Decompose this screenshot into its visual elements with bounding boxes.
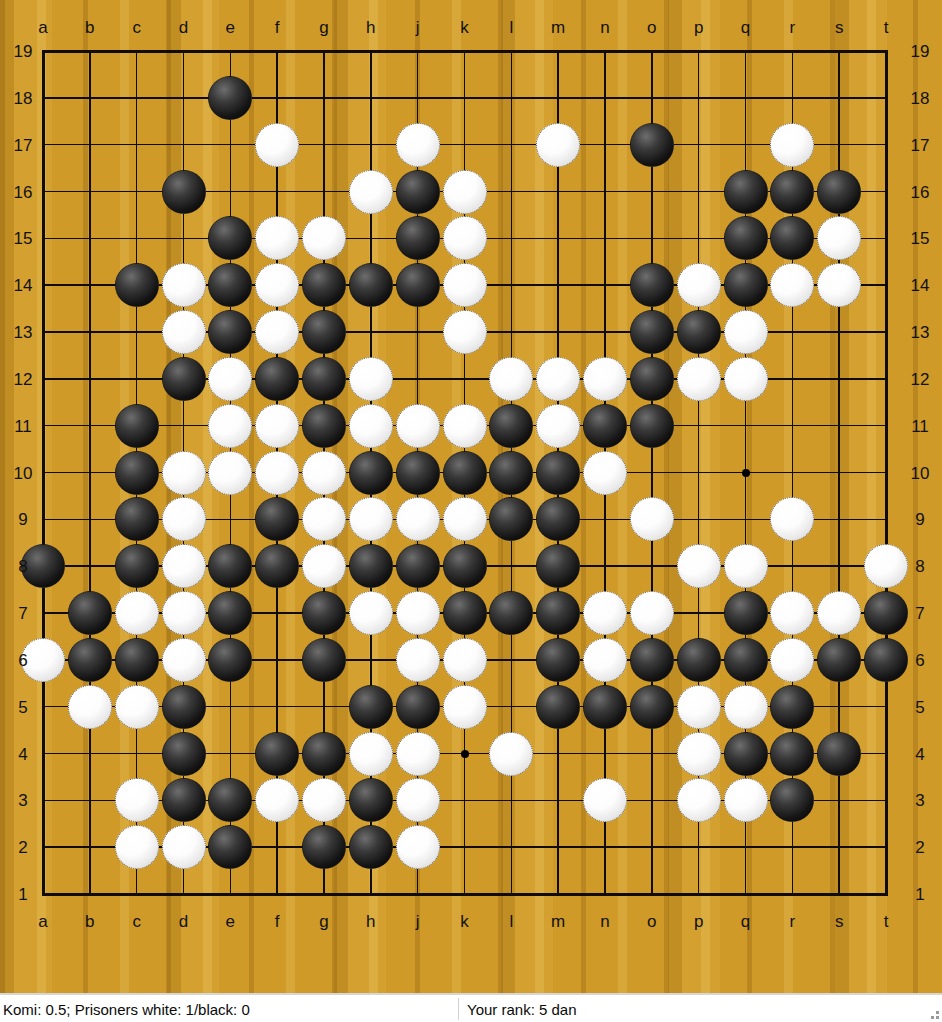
column-label-top: b: [85, 19, 94, 36]
black-stone: [349, 778, 393, 822]
column-label-bottom: k: [460, 913, 469, 930]
white-stone: [770, 497, 814, 541]
status-bar: Komi: 0.5; Prisoners white: 1/black: 0 Y…: [0, 993, 942, 1022]
column-label-bottom: q: [741, 913, 750, 930]
white-stone: [349, 732, 393, 776]
white-stone: [255, 123, 299, 167]
row-label-right: 15: [911, 230, 930, 247]
row-label-left: 14: [14, 277, 33, 294]
black-stone: [115, 404, 159, 448]
resize-grip-icon[interactable]: [928, 1008, 940, 1020]
white-stone: [864, 544, 908, 588]
white-stone: [115, 778, 159, 822]
white-stone: [489, 357, 533, 401]
column-label-top: q: [741, 19, 750, 36]
black-stone: [255, 497, 299, 541]
white-stone: [302, 497, 346, 541]
white-stone: [724, 685, 768, 729]
column-label-top: e: [226, 19, 235, 36]
black-stone: [162, 357, 206, 401]
grid-line: [42, 893, 888, 896]
black-stone: [443, 591, 487, 635]
white-stone: [162, 544, 206, 588]
column-label-bottom: p: [694, 913, 703, 930]
row-label-left: 11: [14, 417, 32, 434]
row-label-right: 18: [911, 89, 930, 106]
black-stone: [630, 310, 674, 354]
black-stone: [208, 76, 252, 120]
row-label-left: 2: [18, 839, 27, 856]
white-stone: [770, 123, 814, 167]
black-stone: [489, 451, 533, 495]
white-stone: [724, 310, 768, 354]
column-label-bottom: h: [366, 913, 375, 930]
white-stone: [583, 638, 627, 682]
black-stone: [724, 638, 768, 682]
black-stone: [302, 638, 346, 682]
black-stone: [115, 638, 159, 682]
white-stone: [255, 310, 299, 354]
white-stone: [396, 638, 440, 682]
white-stone: [302, 544, 346, 588]
black-stone: [864, 591, 908, 635]
black-stone: [536, 685, 580, 729]
row-label-right: 19: [911, 43, 930, 60]
row-label-right: 3: [915, 792, 924, 809]
white-stone: [443, 263, 487, 307]
white-stone: [162, 497, 206, 541]
row-label-left: 12: [14, 370, 33, 387]
column-label-bottom: j: [416, 913, 420, 930]
white-stone: [583, 357, 627, 401]
column-label-top: t: [884, 19, 889, 36]
column-label-bottom: c: [132, 913, 141, 930]
white-stone: [817, 216, 861, 260]
row-label-left: 17: [14, 136, 33, 153]
column-label-top: m: [551, 19, 565, 36]
white-stone: [396, 404, 440, 448]
black-stone: [770, 216, 814, 260]
white-stone: [489, 732, 533, 776]
white-stone: [724, 778, 768, 822]
row-label-left: 13: [14, 324, 33, 341]
column-label-top: a: [38, 19, 47, 36]
white-stone: [396, 591, 440, 635]
white-stone: [770, 263, 814, 307]
column-label-top: d: [179, 19, 188, 36]
black-stone: [489, 497, 533, 541]
black-stone: [770, 778, 814, 822]
white-stone: [115, 685, 159, 729]
black-stone: [817, 170, 861, 214]
column-label-bottom: b: [85, 913, 94, 930]
row-label-right: 13: [911, 324, 930, 341]
status-rank: Your rank: 5 dan: [467, 1000, 577, 1017]
black-stone: [630, 404, 674, 448]
black-stone: [208, 263, 252, 307]
black-stone: [489, 591, 533, 635]
black-stone: [302, 732, 346, 776]
row-label-right: 1: [915, 886, 924, 903]
white-stone: [724, 544, 768, 588]
white-stone: [443, 685, 487, 729]
black-stone: [724, 591, 768, 635]
white-stone: [255, 263, 299, 307]
black-stone: [443, 451, 487, 495]
black-stone: [349, 263, 393, 307]
black-stone: [349, 544, 393, 588]
black-stone: [396, 263, 440, 307]
white-stone: [396, 778, 440, 822]
black-stone: [255, 544, 299, 588]
row-label-right: 9: [915, 511, 924, 528]
white-stone: [443, 216, 487, 260]
white-stone: [302, 778, 346, 822]
row-label-right: 7: [915, 605, 924, 622]
white-stone: [443, 497, 487, 541]
black-stone: [302, 310, 346, 354]
white-stone: [443, 638, 487, 682]
white-stone: [162, 825, 206, 869]
column-label-bottom: e: [226, 913, 235, 930]
white-stone: [583, 591, 627, 635]
black-stone: [349, 685, 393, 729]
row-label-right: 2: [915, 839, 924, 856]
white-stone: [677, 263, 721, 307]
black-stone: [255, 357, 299, 401]
row-label-right: 8: [915, 558, 924, 575]
black-stone: [630, 263, 674, 307]
white-stone: [349, 170, 393, 214]
black-stone: [68, 638, 112, 682]
row-label-left: 4: [18, 745, 27, 762]
black-stone: [583, 685, 627, 729]
column-label-bottom: o: [647, 913, 656, 930]
column-label-bottom: l: [509, 913, 513, 930]
black-stone: [864, 638, 908, 682]
black-stone: [115, 263, 159, 307]
column-label-bottom: f: [275, 913, 280, 930]
star-point: [461, 750, 469, 758]
black-stone: [396, 544, 440, 588]
black-stone: [162, 732, 206, 776]
white-stone: [208, 404, 252, 448]
white-stone: [302, 451, 346, 495]
row-label-left: 6: [18, 651, 27, 668]
white-stone: [302, 216, 346, 260]
row-label-left: 16: [14, 183, 33, 200]
white-stone: [255, 451, 299, 495]
row-label-left: 3: [18, 792, 27, 809]
row-label-left: 1: [18, 886, 27, 903]
white-stone: [583, 778, 627, 822]
black-stone: [349, 451, 393, 495]
black-stone: [208, 216, 252, 260]
black-stone: [770, 170, 814, 214]
black-stone: [724, 216, 768, 260]
white-stone: [630, 497, 674, 541]
white-stone: [162, 638, 206, 682]
black-stone: [770, 685, 814, 729]
black-stone: [162, 170, 206, 214]
column-label-bottom: t: [884, 913, 889, 930]
white-stone: [68, 685, 112, 729]
white-stone: [724, 357, 768, 401]
white-stone: [396, 497, 440, 541]
black-stone: [630, 357, 674, 401]
black-stone: [724, 263, 768, 307]
white-stone: [677, 732, 721, 776]
white-stone: [162, 263, 206, 307]
white-stone: [349, 591, 393, 635]
black-stone: [349, 825, 393, 869]
black-stone: [396, 216, 440, 260]
white-stone: [162, 310, 206, 354]
black-stone: [115, 451, 159, 495]
white-stone: [396, 825, 440, 869]
grid-line: [885, 50, 888, 896]
column-label-top: k: [460, 19, 469, 36]
row-label-left: 8: [18, 558, 27, 575]
row-label-left: 19: [14, 43, 33, 60]
white-stone: [208, 357, 252, 401]
black-stone: [208, 310, 252, 354]
row-label-right: 4: [915, 745, 924, 762]
white-stone: [443, 170, 487, 214]
black-stone: [770, 732, 814, 776]
column-label-top: c: [132, 19, 141, 36]
black-stone: [677, 310, 721, 354]
white-stone: [677, 544, 721, 588]
white-stone: [817, 591, 861, 635]
black-stone: [443, 544, 487, 588]
black-stone: [68, 591, 112, 635]
row-label-left: 7: [18, 605, 27, 622]
white-stone: [349, 357, 393, 401]
column-label-top: p: [694, 19, 703, 36]
white-stone: [443, 310, 487, 354]
white-stone: [349, 497, 393, 541]
column-label-bottom: d: [179, 913, 188, 930]
black-stone: [817, 732, 861, 776]
white-stone: [208, 451, 252, 495]
black-stone: [536, 497, 580, 541]
white-stone: [536, 357, 580, 401]
white-stone: [396, 732, 440, 776]
column-label-bottom: n: [600, 913, 609, 930]
white-stone: [817, 263, 861, 307]
white-stone: [115, 591, 159, 635]
column-label-top: g: [319, 19, 328, 36]
row-label-right: 17: [911, 136, 930, 153]
black-stone: [489, 404, 533, 448]
white-stone: [677, 357, 721, 401]
black-stone: [115, 497, 159, 541]
black-stone: [724, 170, 768, 214]
column-label-top: r: [789, 19, 795, 36]
white-stone: [349, 404, 393, 448]
black-stone: [677, 638, 721, 682]
row-label-left: 18: [14, 89, 33, 106]
column-label-bottom: m: [551, 913, 565, 930]
white-stone: [162, 591, 206, 635]
column-label-top: h: [366, 19, 375, 36]
row-label-right: 11: [911, 417, 929, 434]
white-stone: [443, 404, 487, 448]
column-label-top: l: [509, 19, 513, 36]
star-point: [742, 469, 750, 477]
white-stone: [630, 591, 674, 635]
row-label-left: 9: [18, 511, 27, 528]
black-stone: [630, 685, 674, 729]
go-app-window: aabbccddeeffgghhjjkkllmmnnooppqqrrsstt19…: [0, 0, 942, 1022]
white-stone: [255, 216, 299, 260]
black-stone: [630, 123, 674, 167]
column-label-top: o: [647, 19, 656, 36]
black-stone: [255, 732, 299, 776]
black-stone: [396, 451, 440, 495]
row-label-left: 5: [18, 698, 27, 715]
black-stone: [817, 638, 861, 682]
black-stone: [724, 732, 768, 776]
white-stone: [536, 404, 580, 448]
black-stone: [536, 451, 580, 495]
black-stone: [630, 638, 674, 682]
black-stone: [396, 170, 440, 214]
go-board[interactable]: [43, 51, 886, 894]
black-stone: [208, 825, 252, 869]
row-label-left: 15: [14, 230, 33, 247]
column-label-top: j: [416, 19, 420, 36]
row-label-right: 12: [911, 370, 930, 387]
white-stone: [583, 451, 627, 495]
white-stone: [255, 404, 299, 448]
row-label-right: 10: [911, 464, 930, 481]
white-stone: [677, 685, 721, 729]
black-stone: [208, 638, 252, 682]
black-stone: [302, 357, 346, 401]
black-stone: [536, 591, 580, 635]
black-stone: [162, 778, 206, 822]
column-label-top: f: [275, 19, 280, 36]
white-stone: [536, 123, 580, 167]
row-label-right: 6: [915, 651, 924, 668]
black-stone: [396, 685, 440, 729]
status-komi-prisoners: Komi: 0.5; Prisoners white: 1/black: 0: [3, 1000, 250, 1017]
row-label-right: 14: [911, 277, 930, 294]
white-stone: [770, 591, 814, 635]
black-stone: [208, 544, 252, 588]
row-label-right: 5: [915, 698, 924, 715]
white-stone: [255, 778, 299, 822]
row-label-right: 16: [911, 183, 930, 200]
column-label-top: n: [600, 19, 609, 36]
black-stone: [536, 544, 580, 588]
white-stone: [770, 638, 814, 682]
column-label-top: s: [835, 19, 844, 36]
white-stone: [115, 825, 159, 869]
column-label-bottom: r: [789, 913, 795, 930]
black-stone: [536, 638, 580, 682]
black-stone: [208, 778, 252, 822]
white-stone: [162, 451, 206, 495]
black-stone: [115, 544, 159, 588]
grid-line: [651, 50, 653, 896]
column-label-bottom: g: [319, 913, 328, 930]
black-stone: [302, 591, 346, 635]
black-stone: [208, 591, 252, 635]
white-stone: [677, 778, 721, 822]
white-stone: [396, 123, 440, 167]
status-divider: [458, 998, 459, 1020]
black-stone: [583, 404, 627, 448]
row-label-left: 10: [14, 464, 33, 481]
column-label-bottom: a: [38, 913, 47, 930]
black-stone: [162, 685, 206, 729]
black-stone: [302, 404, 346, 448]
column-label-bottom: s: [835, 913, 844, 930]
black-stone: [302, 825, 346, 869]
black-stone: [302, 263, 346, 307]
